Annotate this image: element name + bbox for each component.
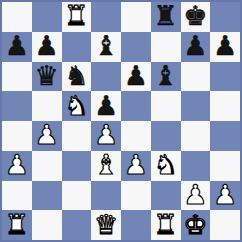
square-c3[interactable]	[62, 151, 92, 181]
piece-black-knight: ♞	[64, 62, 88, 89]
square-c1[interactable]	[62, 210, 92, 240]
square-b6[interactable]: ♛	[32, 62, 62, 92]
piece-white-rook: ♜	[5, 211, 29, 238]
square-d7[interactable]: ♝	[91, 32, 121, 62]
square-a3[interactable]: ♟	[2, 151, 32, 181]
square-c8[interactable]: ♜	[62, 2, 92, 32]
square-b7[interactable]: ♟	[32, 32, 62, 62]
square-a6[interactable]	[2, 62, 32, 92]
piece-black-pawn: ♟	[94, 92, 118, 119]
square-e7[interactable]	[121, 32, 151, 62]
piece-black-pawn: ♟	[183, 32, 207, 59]
square-e1[interactable]	[121, 210, 151, 240]
square-a5[interactable]	[2, 91, 32, 121]
piece-white-pawn: ♟	[124, 151, 148, 178]
square-d2[interactable]	[91, 181, 121, 211]
square-b4[interactable]: ♟	[32, 121, 62, 151]
square-a8[interactable]	[2, 2, 32, 32]
square-f5[interactable]	[151, 91, 181, 121]
square-b5[interactable]	[32, 91, 62, 121]
square-a2[interactable]	[2, 181, 32, 211]
square-h1[interactable]	[210, 210, 240, 240]
piece-white-queen: ♛	[94, 211, 118, 238]
piece-black-rook: ♜	[154, 2, 178, 29]
square-b8[interactable]	[32, 2, 62, 32]
square-g1[interactable]: ♚	[181, 210, 211, 240]
square-e2[interactable]	[121, 181, 151, 211]
square-g5[interactable]	[181, 91, 211, 121]
square-d4[interactable]: ♟	[91, 121, 121, 151]
square-c6[interactable]: ♞	[62, 62, 92, 92]
piece-white-king: ♚	[183, 211, 207, 238]
square-b2[interactable]	[32, 181, 62, 211]
square-e4[interactable]	[121, 121, 151, 151]
square-g8[interactable]: ♚	[181, 2, 211, 32]
square-g3[interactable]	[181, 151, 211, 181]
piece-white-knight: ♞	[154, 151, 178, 178]
square-b3[interactable]	[32, 151, 62, 181]
square-h8[interactable]	[210, 2, 240, 32]
piece-white-pawn: ♟	[35, 121, 59, 148]
square-h4[interactable]	[210, 121, 240, 151]
square-h6[interactable]	[210, 62, 240, 92]
piece-white-pawn: ♟	[94, 121, 118, 148]
square-h5[interactable]	[210, 91, 240, 121]
square-d6[interactable]	[91, 62, 121, 92]
piece-white-rook: ♜	[64, 2, 88, 29]
piece-black-pawn: ♟	[213, 32, 237, 59]
square-g2[interactable]: ♟	[181, 181, 211, 211]
square-g7[interactable]: ♟	[181, 32, 211, 62]
square-e6[interactable]: ♟	[121, 62, 151, 92]
square-g6[interactable]	[181, 62, 211, 92]
square-b1[interactable]	[32, 210, 62, 240]
square-d1[interactable]: ♛	[91, 210, 121, 240]
square-a1[interactable]: ♜	[2, 210, 32, 240]
piece-black-pawn: ♟	[35, 32, 59, 59]
square-d5[interactable]: ♟	[91, 91, 121, 121]
square-h2[interactable]: ♟	[210, 181, 240, 211]
piece-black-pawn: ♟	[124, 62, 148, 89]
square-d8[interactable]	[91, 2, 121, 32]
square-d3[interactable]: ♝	[91, 151, 121, 181]
square-h3[interactable]	[210, 151, 240, 181]
square-h7[interactable]: ♟	[210, 32, 240, 62]
square-f3[interactable]: ♞	[151, 151, 181, 181]
chess-board: ♜♜♚♟♟♝♟♟♛♞♟♝♞♟♟♟♟♝♟♞♟♟♜♛♜♚	[0, 0, 242, 242]
square-e3[interactable]: ♟	[121, 151, 151, 181]
piece-black-bishop: ♝	[94, 32, 118, 59]
square-c2[interactable]	[62, 181, 92, 211]
piece-white-pawn: ♟	[213, 181, 237, 208]
square-c5[interactable]: ♞	[62, 91, 92, 121]
square-e5[interactable]	[121, 91, 151, 121]
piece-white-bishop: ♝	[94, 151, 118, 178]
square-c4[interactable]	[62, 121, 92, 151]
square-e8[interactable]	[121, 2, 151, 32]
square-f8[interactable]: ♜	[151, 2, 181, 32]
square-a7[interactable]: ♟	[2, 32, 32, 62]
square-f7[interactable]	[151, 32, 181, 62]
square-f4[interactable]	[151, 121, 181, 151]
square-c7[interactable]	[62, 32, 92, 62]
piece-white-knight: ♞	[64, 92, 88, 119]
piece-black-bishop: ♝	[154, 62, 178, 89]
square-a4[interactable]	[2, 121, 32, 151]
square-f1[interactable]: ♜	[151, 210, 181, 240]
piece-white-pawn: ♟	[183, 181, 207, 208]
piece-black-pawn: ♟	[5, 32, 29, 59]
piece-white-rook: ♜	[154, 211, 178, 238]
piece-white-pawn: ♟	[5, 151, 29, 178]
square-f2[interactable]	[151, 181, 181, 211]
piece-black-queen: ♛	[35, 62, 59, 89]
square-g4[interactable]	[181, 121, 211, 151]
piece-black-king: ♚	[183, 2, 207, 29]
square-f6[interactable]: ♝	[151, 62, 181, 92]
